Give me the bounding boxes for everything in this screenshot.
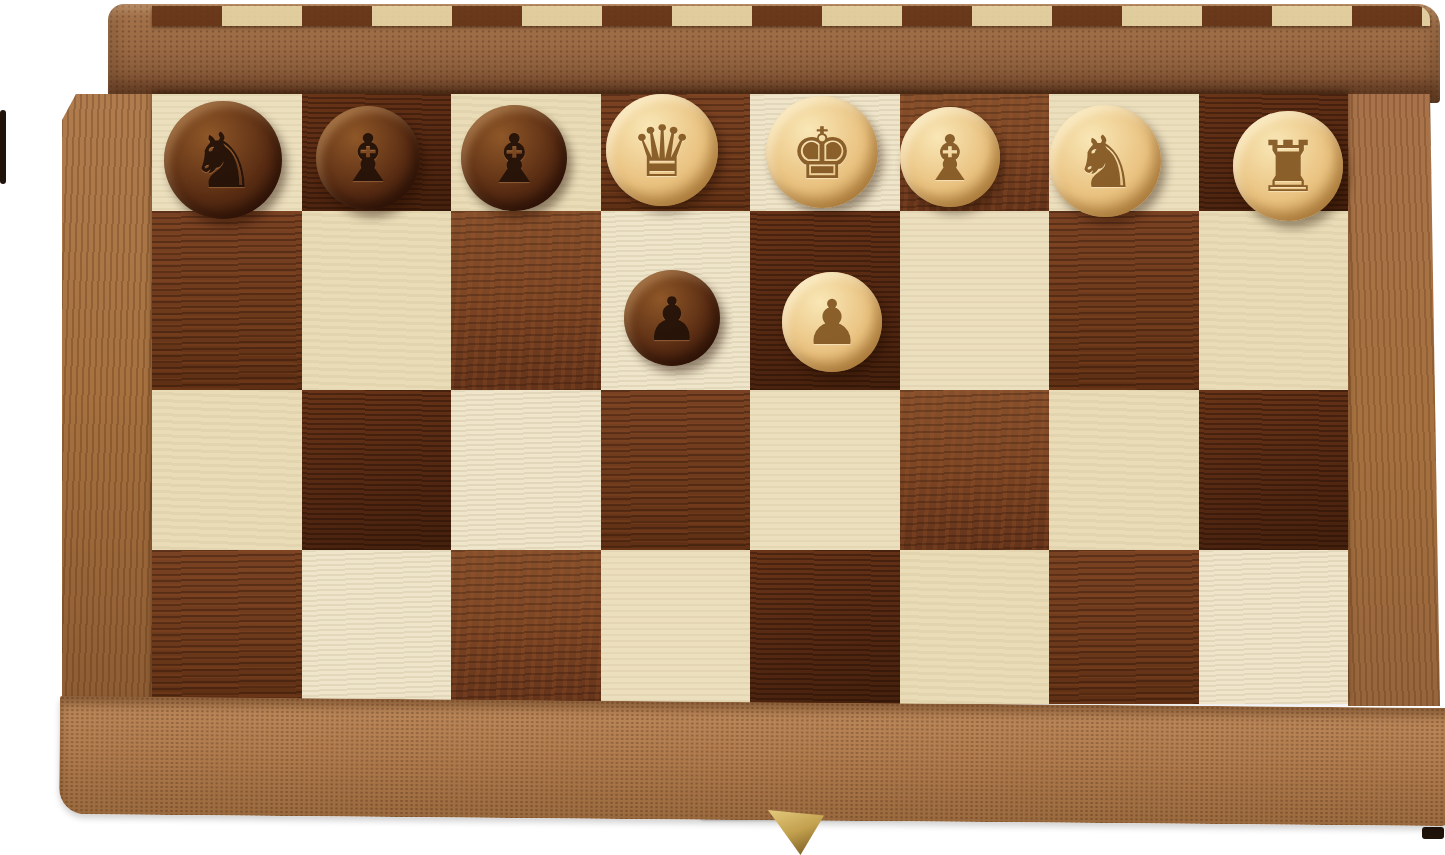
piece-light-queen-d8[interactable]: ♛ — [606, 94, 718, 206]
square-h5[interactable] — [1199, 550, 1349, 704]
piece-dark-knight-a8[interactable]: ♞ — [164, 101, 282, 219]
square-e6[interactable] — [750, 390, 900, 550]
square-f6[interactable] — [900, 390, 1050, 550]
piece-light-knight-g8[interactable]: ♞ — [1049, 105, 1161, 217]
pawn-glyph: ♟ — [804, 292, 860, 354]
square-e5[interactable] — [750, 550, 900, 704]
piece-dark-bishop-c8[interactable]: ♝ — [461, 105, 567, 211]
square-c7[interactable] — [451, 211, 601, 390]
square-c5[interactable] — [451, 550, 601, 704]
chess-set-photo: ♞ ♝ ♝ ♛ ♚ ♝ ♞ ♜ ♟ ♟ — [0, 0, 1445, 855]
queen-glyph: ♛ — [630, 116, 694, 187]
square-g6[interactable] — [1049, 390, 1199, 550]
piece-dark-pawn-d7[interactable]: ♟ — [624, 270, 720, 366]
piece-light-rook-h8[interactable]: ♜ — [1233, 111, 1343, 221]
piece-dark-bishop-b8[interactable]: ♝ — [316, 106, 420, 210]
board-frame-left — [62, 94, 152, 706]
folded-board-half — [108, 4, 1440, 103]
square-f7[interactable] — [900, 211, 1050, 390]
bishop-glyph: ♝ — [338, 126, 397, 192]
square-d5[interactable] — [601, 550, 751, 704]
square-f5[interactable] — [900, 550, 1050, 704]
king-glyph: ♚ — [790, 118, 854, 189]
photo-speck — [1422, 827, 1444, 839]
folded-half-edge-squares — [152, 6, 1430, 26]
photo-edge-artifact — [0, 110, 6, 184]
bishop-glyph: ♝ — [922, 127, 978, 190]
square-a5[interactable] — [152, 550, 302, 704]
brass-clasp-pendant[interactable] — [768, 808, 824, 855]
square-h7[interactable] — [1199, 211, 1349, 390]
square-g5[interactable] — [1049, 550, 1199, 704]
piece-light-pawn-e7[interactable]: ♟ — [782, 272, 882, 372]
square-c6[interactable] — [451, 390, 601, 550]
square-b7[interactable] — [302, 211, 452, 390]
piece-light-king-e8[interactable]: ♚ — [766, 96, 878, 208]
square-g7[interactable] — [1049, 211, 1199, 390]
knight-glyph: ♞ — [189, 123, 257, 199]
board-frame-bottom — [59, 696, 1445, 826]
knight-glyph: ♞ — [1073, 126, 1138, 198]
square-a7[interactable] — [152, 211, 302, 390]
square-h6[interactable] — [1199, 390, 1349, 550]
rook-glyph: ♜ — [1257, 132, 1320, 202]
square-d6[interactable] — [601, 390, 751, 550]
bishop-glyph: ♝ — [484, 126, 544, 193]
square-b5[interactable] — [302, 550, 452, 704]
pawn-glyph: ♟ — [645, 289, 699, 349]
piece-light-bishop-f8[interactable]: ♝ — [900, 107, 1000, 207]
board-frame-right — [1348, 94, 1440, 706]
square-a6[interactable] — [152, 390, 302, 550]
square-b6[interactable] — [302, 390, 452, 550]
